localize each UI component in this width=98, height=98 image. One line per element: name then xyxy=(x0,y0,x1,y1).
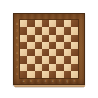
square-h5 xyxy=(71,42,78,49)
square-a4 xyxy=(20,49,27,56)
rank-label: 4 xyxy=(14,49,20,56)
square-d8 xyxy=(42,20,49,27)
square-b1 xyxy=(27,71,34,78)
chess-board: abcdefgh 87654321 xyxy=(13,13,85,85)
rank-label: 1 xyxy=(14,71,20,78)
square-e2 xyxy=(49,64,56,71)
square-h3 xyxy=(71,56,78,63)
file-label: a xyxy=(20,78,27,84)
square-c7 xyxy=(35,27,42,34)
square-d6 xyxy=(42,35,49,42)
square-c3 xyxy=(35,56,42,63)
file-label: b xyxy=(27,78,34,84)
square-c8 xyxy=(35,20,42,27)
rank-label: 3 xyxy=(14,56,20,63)
square-a3 xyxy=(20,56,27,63)
square-a5 xyxy=(20,42,27,49)
square-d5 xyxy=(42,42,49,49)
rank-label: 2 xyxy=(14,64,20,71)
board-grid xyxy=(20,20,78,78)
square-b8 xyxy=(27,20,34,27)
square-e5 xyxy=(49,42,56,49)
square-c2 xyxy=(35,64,42,71)
square-e8 xyxy=(49,20,56,27)
square-h7 xyxy=(71,27,78,34)
square-e6 xyxy=(49,35,56,42)
file-label: c xyxy=(35,78,42,84)
square-g2 xyxy=(64,64,71,71)
square-d3 xyxy=(42,56,49,63)
square-f5 xyxy=(56,42,63,49)
rank-labels: 87654321 xyxy=(14,20,20,78)
square-f6 xyxy=(56,35,63,42)
square-g3 xyxy=(64,56,71,63)
square-d2 xyxy=(42,64,49,71)
square-h8 xyxy=(71,20,78,27)
file-label: e xyxy=(49,78,56,84)
square-a2 xyxy=(20,64,27,71)
square-c5 xyxy=(35,42,42,49)
square-g8 xyxy=(64,20,71,27)
rank-label: 6 xyxy=(14,35,20,42)
square-e1 xyxy=(49,71,56,78)
square-h2 xyxy=(71,64,78,71)
square-b5 xyxy=(27,42,34,49)
square-g4 xyxy=(64,49,71,56)
square-e4 xyxy=(49,49,56,56)
square-a7 xyxy=(20,27,27,34)
square-f1 xyxy=(56,71,63,78)
file-label: g xyxy=(64,78,71,84)
square-f7 xyxy=(56,27,63,34)
square-f4 xyxy=(56,49,63,56)
square-c4 xyxy=(35,49,42,56)
square-b4 xyxy=(27,49,34,56)
square-g5 xyxy=(64,42,71,49)
square-c1 xyxy=(35,71,42,78)
square-b3 xyxy=(27,56,34,63)
board-shadow xyxy=(15,87,84,88)
file-label: f xyxy=(56,78,63,84)
square-a6 xyxy=(20,35,27,42)
square-h6 xyxy=(71,35,78,42)
square-e3 xyxy=(49,56,56,63)
rank-label: 7 xyxy=(14,27,20,34)
product-photo-background: abcdefgh 87654321 xyxy=(0,0,98,98)
square-g7 xyxy=(64,27,71,34)
square-c6 xyxy=(35,35,42,42)
square-g1 xyxy=(64,71,71,78)
square-h1 xyxy=(71,71,78,78)
square-a1 xyxy=(20,71,27,78)
square-a8 xyxy=(20,20,27,27)
rank-label: 8 xyxy=(14,20,20,27)
square-b7 xyxy=(27,27,34,34)
rank-label: 5 xyxy=(14,42,20,49)
square-f2 xyxy=(56,64,63,71)
square-d1 xyxy=(42,71,49,78)
square-h4 xyxy=(71,49,78,56)
square-d4 xyxy=(42,49,49,56)
square-g6 xyxy=(64,35,71,42)
square-f8 xyxy=(56,20,63,27)
square-b2 xyxy=(27,64,34,71)
file-label: d xyxy=(42,78,49,84)
square-e7 xyxy=(49,27,56,34)
square-f3 xyxy=(56,56,63,63)
file-label: h xyxy=(71,78,78,84)
square-d7 xyxy=(42,27,49,34)
square-b6 xyxy=(27,35,34,42)
file-labels: abcdefgh xyxy=(20,78,78,84)
